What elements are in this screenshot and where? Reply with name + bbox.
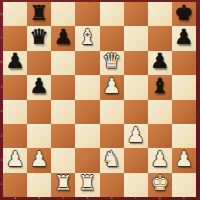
piece-white-bishop[interactable]: ♝ (78, 27, 97, 48)
square-b6[interactable] (27, 51, 51, 75)
square-h1[interactable] (172, 173, 196, 197)
square-f1[interactable] (124, 173, 148, 197)
square-f5[interactable] (124, 75, 148, 99)
square-f3[interactable]: ♟ (124, 124, 148, 148)
square-g7[interactable] (148, 26, 172, 50)
piece-white-rook[interactable]: ♜ (78, 173, 97, 194)
square-d2[interactable] (75, 148, 99, 172)
square-a6[interactable]: ♟ (3, 51, 27, 75)
piece-black-bishop[interactable]: ♝ (150, 76, 169, 97)
rank-label-6: 6 (0, 61, 3, 64)
square-c3[interactable] (51, 124, 75, 148)
piece-black-pawn[interactable]: ♟ (54, 27, 73, 48)
rank-label-7: 7 (0, 37, 3, 40)
square-a8[interactable] (3, 2, 27, 26)
square-e4[interactable] (100, 100, 124, 124)
piece-white-king[interactable]: ♚ (150, 173, 169, 194)
piece-white-knight[interactable]: ♞ (102, 149, 121, 170)
square-d4[interactable] (75, 100, 99, 124)
file-label-c: c (59, 197, 67, 200)
square-b5[interactable]: ♟ (27, 75, 51, 99)
square-c2[interactable] (51, 148, 75, 172)
square-e3[interactable] (100, 124, 124, 148)
piece-black-pawn[interactable]: ♟ (175, 27, 194, 48)
square-h8[interactable]: ♚ (172, 2, 196, 26)
square-f2[interactable] (124, 148, 148, 172)
piece-white-rook[interactable]: ♜ (54, 173, 73, 194)
square-e6[interactable]: ♛ (100, 51, 124, 75)
square-c5[interactable] (51, 75, 75, 99)
square-b2[interactable]: ♟ (27, 148, 51, 172)
square-g4[interactable] (148, 100, 172, 124)
file-label-b: b (35, 197, 43, 200)
file-label-a: a (11, 197, 19, 200)
square-d8[interactable] (75, 2, 99, 26)
rank-label-4: 4 (0, 110, 3, 113)
square-h5[interactable] (172, 75, 196, 99)
square-e7[interactable] (100, 26, 124, 50)
square-g8[interactable] (148, 2, 172, 26)
square-a3[interactable] (3, 124, 27, 148)
square-h4[interactable] (172, 100, 196, 124)
square-f7[interactable] (124, 26, 148, 50)
square-e8[interactable] (100, 2, 124, 26)
file-label-g: g (156, 197, 164, 200)
square-h6[interactable] (172, 51, 196, 75)
square-e2[interactable]: ♞ (100, 148, 124, 172)
square-g2[interactable]: ♟ (148, 148, 172, 172)
square-a2[interactable]: ♟ (3, 148, 27, 172)
square-c6[interactable] (51, 51, 75, 75)
piece-black-pawn[interactable]: ♟ (150, 51, 169, 72)
square-g1[interactable]: ♚ (148, 173, 172, 197)
square-f4[interactable] (124, 100, 148, 124)
square-b7[interactable]: ♛ (27, 26, 51, 50)
piece-white-pawn[interactable]: ♟ (30, 149, 49, 170)
square-g5[interactable]: ♝ (148, 75, 172, 99)
square-b3[interactable] (27, 124, 51, 148)
chess-board: ♜♚♛♟♝♟♟♛♟♟♟♝♟♟♟♞♟♟♜♜♚ (3, 2, 196, 197)
square-f8[interactable] (124, 2, 148, 26)
square-c4[interactable] (51, 100, 75, 124)
square-d7[interactable]: ♝ (75, 26, 99, 50)
square-h7[interactable]: ♟ (172, 26, 196, 50)
square-h2[interactable]: ♟ (172, 148, 196, 172)
square-c1[interactable]: ♜ (51, 173, 75, 197)
square-a4[interactable] (3, 100, 27, 124)
piece-white-pawn[interactable]: ♟ (6, 149, 25, 170)
piece-white-pawn[interactable]: ♟ (102, 76, 121, 97)
piece-black-rook[interactable]: ♜ (30, 3, 49, 24)
file-label-d: d (83, 197, 91, 200)
file-label-e: e (108, 197, 116, 200)
piece-white-pawn[interactable]: ♟ (175, 149, 194, 170)
square-g6[interactable]: ♟ (148, 51, 172, 75)
file-label-f: f (132, 197, 140, 200)
square-b1[interactable] (27, 173, 51, 197)
file-label-h: h (180, 197, 188, 200)
piece-white-pawn[interactable]: ♟ (150, 149, 169, 170)
rank-label-2: 2 (0, 159, 3, 162)
piece-black-pawn[interactable]: ♟ (30, 76, 49, 97)
square-e1[interactable] (100, 173, 124, 197)
rank-label-1: 1 (0, 183, 3, 186)
square-a5[interactable] (3, 75, 27, 99)
board-frame: ♜♚♛♟♝♟♟♛♟♟♟♝♟♟♟♞♟♟♜♜♚ 87654321abcdefgh (0, 0, 200, 200)
square-b4[interactable] (27, 100, 51, 124)
square-c7[interactable]: ♟ (51, 26, 75, 50)
square-g3[interactable] (148, 124, 172, 148)
rank-label-5: 5 (0, 86, 3, 89)
piece-black-pawn[interactable]: ♟ (6, 51, 25, 72)
square-h3[interactable] (172, 124, 196, 148)
square-e5[interactable]: ♟ (100, 75, 124, 99)
square-a1[interactable] (3, 173, 27, 197)
piece-white-queen[interactable]: ♛ (102, 51, 121, 72)
square-f6[interactable] (124, 51, 148, 75)
square-c8[interactable] (51, 2, 75, 26)
piece-black-king[interactable]: ♚ (175, 3, 194, 24)
rank-label-3: 3 (0, 135, 3, 138)
square-d6[interactable] (75, 51, 99, 75)
rank-label-8: 8 (0, 13, 3, 16)
square-d1[interactable]: ♜ (75, 173, 99, 197)
piece-black-queen[interactable]: ♛ (30, 27, 49, 48)
chess-diagram: ♜♚♛♟♝♟♟♛♟♟♟♝♟♟♟♞♟♟♜♜♚ 87654321abcdefgh (0, 0, 200, 200)
square-b8[interactable]: ♜ (27, 2, 51, 26)
square-d3[interactable] (75, 124, 99, 148)
square-d5[interactable] (75, 75, 99, 99)
piece-white-pawn[interactable]: ♟ (126, 125, 145, 146)
square-a7[interactable] (3, 26, 27, 50)
